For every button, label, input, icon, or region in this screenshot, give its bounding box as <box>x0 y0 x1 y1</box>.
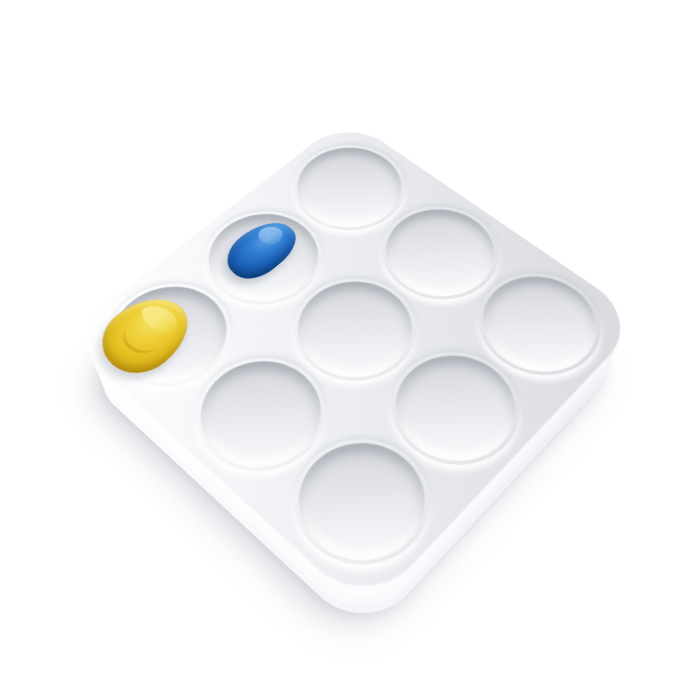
wells-grid <box>75 124 632 601</box>
blue-paint-blob <box>215 213 307 287</box>
palette-tray <box>64 117 644 614</box>
palette-scene <box>0 0 700 700</box>
yellow-paint-blob <box>85 285 206 386</box>
photo-canvas <box>0 0 700 700</box>
